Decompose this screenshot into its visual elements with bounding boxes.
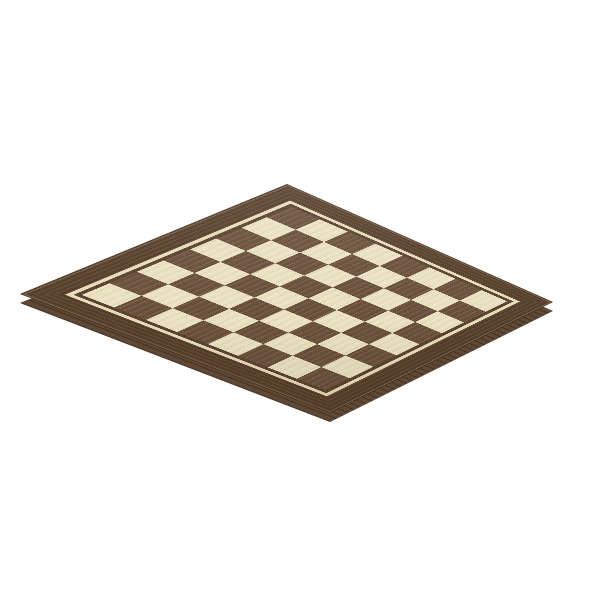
chessboard-photo: [0, 0, 600, 600]
chessboard: [20, 184, 553, 413]
